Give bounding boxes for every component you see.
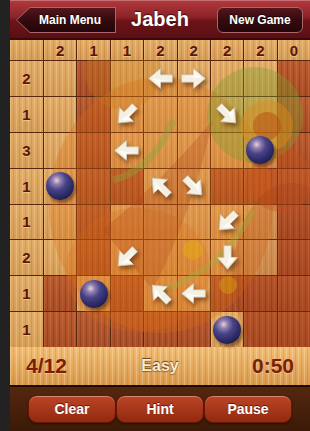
board-cell-r1c4[interactable] [144, 61, 176, 96]
arrow-e-icon[interactable] [178, 61, 210, 96]
board-cell-r4c8[interactable] [278, 169, 310, 204]
board-cell-r1c8[interactable] [278, 61, 310, 96]
col-clue-7: 2 [244, 40, 276, 60]
board-cell-r3c8[interactable] [278, 133, 310, 168]
board-cell-r2c2[interactable] [77, 97, 109, 132]
row-clue-5: 1 [10, 205, 43, 240]
col-clue-2: 1 [77, 40, 109, 60]
board-cell-r3c3[interactable] [111, 133, 143, 168]
board-cell-r4c6[interactable] [211, 169, 243, 204]
board-cell-r6c7[interactable] [244, 240, 276, 275]
board-cell-r8c3[interactable] [111, 312, 143, 347]
col-clue-6: 2 [211, 40, 243, 60]
board-cell-r2c1[interactable] [44, 97, 76, 132]
board-cell-r5c8[interactable] [278, 205, 310, 240]
board-cell-r8c4[interactable] [144, 312, 176, 347]
hint-button[interactable]: Hint [116, 395, 204, 423]
row-clue-6: 2 [10, 240, 43, 275]
board-cell-r1c5[interactable] [178, 61, 210, 96]
arrow-se-icon[interactable] [211, 97, 243, 132]
board-cell-r6c6[interactable] [211, 240, 243, 275]
board-cell-r5c3[interactable] [111, 205, 143, 240]
board-cell-r4c4[interactable] [144, 169, 176, 204]
row-clue-1: 2 [10, 61, 43, 96]
top-nav-bar: Main Menu Jabeh New Game [10, 0, 310, 40]
arrow-sw-icon[interactable] [211, 205, 243, 240]
jabeh-app: Main Menu Jabeh New Game 211222202131121… [10, 0, 310, 431]
arrow-nw-icon[interactable] [144, 169, 176, 204]
board-cell-r3c5[interactable] [178, 133, 210, 168]
ball[interactable] [211, 312, 243, 347]
col-clue-8: 0 [278, 40, 310, 60]
board-cell-r3c4[interactable] [144, 133, 176, 168]
arrow-w-icon[interactable] [111, 133, 143, 168]
board-cell-r4c7[interactable] [244, 169, 276, 204]
pause-button[interactable]: Pause [204, 395, 292, 423]
board-cell-r2c3[interactable] [111, 97, 143, 132]
board-cell-r2c8[interactable] [278, 97, 310, 132]
board-cell-r8c5[interactable] [178, 312, 210, 347]
board-cell-r8c1[interactable] [44, 312, 76, 347]
board-cell-r6c4[interactable] [144, 240, 176, 275]
board-cell-r5c4[interactable] [144, 205, 176, 240]
board-cell-r7c8[interactable] [278, 276, 310, 311]
ball[interactable] [44, 169, 76, 204]
board-cell-r6c3[interactable] [111, 240, 143, 275]
board-cell-r4c3[interactable] [111, 169, 143, 204]
board-cell-r5c7[interactable] [244, 205, 276, 240]
arrow-nw-icon[interactable] [144, 276, 176, 311]
board-cell-r6c2[interactable] [77, 240, 109, 275]
board-cell-r7c6[interactable] [211, 276, 243, 311]
board-cell-r1c1[interactable] [44, 61, 76, 96]
board-cell-r5c5[interactable] [178, 205, 210, 240]
row-clue-8: 1 [10, 312, 43, 347]
col-clue-3: 1 [111, 40, 143, 60]
board-cell-r8c8[interactable] [278, 312, 310, 347]
row-clue-2: 1 [10, 97, 43, 132]
board-cell-r4c2[interactable] [77, 169, 109, 204]
row-clue-7: 1 [10, 276, 43, 311]
col-clue-4: 2 [144, 40, 176, 60]
arrow-s-icon[interactable] [211, 240, 243, 275]
arrow-sw-icon[interactable] [111, 97, 143, 132]
bottom-action-bar: Clear Hint Pause [10, 385, 310, 431]
board-cell-r2c7[interactable] [244, 97, 276, 132]
board-cell-r2c5[interactable] [178, 97, 210, 132]
board-cell-r1c2[interactable] [77, 61, 109, 96]
col-clue-1: 2 [44, 40, 76, 60]
board-cell-r1c3[interactable] [111, 61, 143, 96]
row-clue-3: 3 [10, 133, 43, 168]
new-game-button[interactable]: New Game [217, 7, 303, 33]
board-cell-r7c5[interactable] [178, 276, 210, 311]
board-cell-r7c4[interactable] [144, 276, 176, 311]
board-grid: 2112222021311211 [10, 40, 310, 349]
arrow-sw-icon[interactable] [111, 240, 143, 275]
board-cell-r2c4[interactable] [144, 97, 176, 132]
difficulty-label: Easy [10, 357, 310, 375]
board-cell-r8c2[interactable] [77, 312, 109, 347]
board-cell-r1c6[interactable] [211, 61, 243, 96]
arrow-w-icon[interactable] [144, 61, 176, 96]
board-cell-r3c1[interactable] [44, 133, 76, 168]
ball[interactable] [77, 276, 109, 311]
ball[interactable] [244, 133, 276, 168]
board-cell-r7c1[interactable] [44, 276, 76, 311]
arrow-w-icon[interactable] [178, 276, 210, 311]
arrow-se-icon[interactable] [178, 169, 210, 204]
row-clue-4: 1 [10, 169, 43, 204]
board-cell-r8c7[interactable] [244, 312, 276, 347]
col-clue-5: 2 [178, 40, 210, 60]
board-cell-r6c5[interactable] [178, 240, 210, 275]
board-cell-r7c2[interactable] [77, 276, 109, 311]
board-cell-r5c6[interactable] [211, 205, 243, 240]
board-cell-r7c3[interactable] [111, 276, 143, 311]
corner-cell [10, 40, 43, 60]
board-cell-r4c5[interactable] [178, 169, 210, 204]
board-cell-r3c2[interactable] [77, 133, 109, 168]
clear-button[interactable]: Clear [28, 395, 116, 423]
board-cell-r8c6[interactable] [211, 312, 243, 347]
board-cell-r6c8[interactable] [278, 240, 310, 275]
board-cell-r6c1[interactable] [44, 240, 76, 275]
status-bar: 4/12 Easy 0:50 [10, 347, 310, 385]
board-cell-r4c1[interactable] [44, 169, 76, 204]
new-game-label: New Game [229, 13, 290, 27]
board-cell-r5c1[interactable] [44, 205, 76, 240]
board-cell-r7c7[interactable] [244, 276, 276, 311]
board-cell-r5c2[interactable] [77, 205, 109, 240]
board-cell-r1c7[interactable] [244, 61, 276, 96]
board-cell-r2c6[interactable] [211, 97, 243, 132]
board-cell-r3c6[interactable] [211, 133, 243, 168]
board-cell-r3c7[interactable] [244, 133, 276, 168]
